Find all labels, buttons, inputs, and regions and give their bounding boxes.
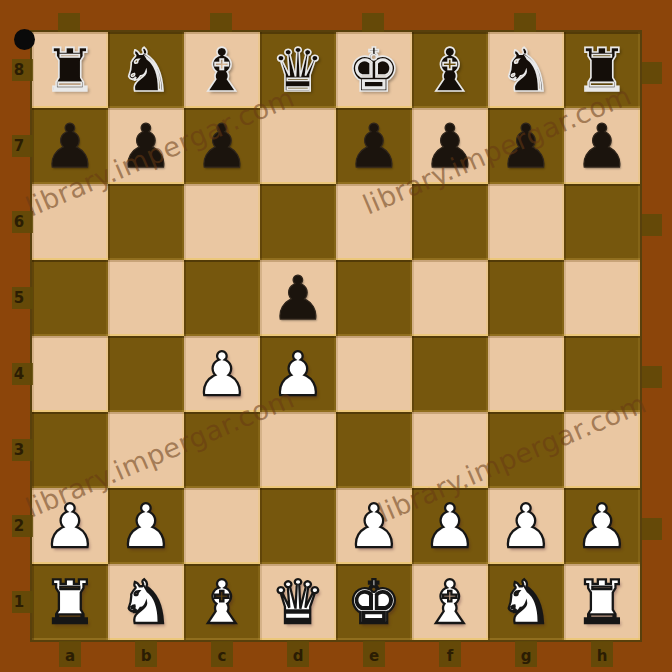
piece-black-pawn-c7: ♟ — [184, 108, 260, 184]
square-e4[interactable] — [336, 336, 412, 412]
square-d2[interactable] — [260, 488, 336, 564]
square-b7[interactable]: ♟ — [108, 108, 184, 184]
file-label-d: d — [260, 643, 336, 669]
file-label-b: b — [108, 643, 184, 669]
piece-white-rook-a1: ♜ — [32, 564, 108, 640]
border-chip — [58, 13, 80, 32]
square-b4[interactable] — [108, 336, 184, 412]
square-e2[interactable]: ♟ — [336, 488, 412, 564]
square-b3[interactable] — [108, 412, 184, 488]
square-h3[interactable] — [564, 412, 640, 488]
piece-white-pawn-d4: ♟ — [260, 336, 336, 412]
square-f3[interactable] — [412, 412, 488, 488]
square-b6[interactable] — [108, 184, 184, 260]
square-g2[interactable]: ♟ — [488, 488, 564, 564]
square-f7[interactable]: ♟ — [412, 108, 488, 184]
square-c8[interactable]: ♝ — [184, 32, 260, 108]
square-h2[interactable]: ♟ — [564, 488, 640, 564]
rank-label-5: 5 — [6, 260, 32, 336]
square-d6[interactable] — [260, 184, 336, 260]
square-h1[interactable]: ♜ — [564, 564, 640, 640]
square-a6[interactable] — [32, 184, 108, 260]
file-label-c: c — [184, 643, 260, 669]
square-f8[interactable]: ♝ — [412, 32, 488, 108]
square-e3[interactable] — [336, 412, 412, 488]
square-d7[interactable] — [260, 108, 336, 184]
square-f4[interactable] — [412, 336, 488, 412]
piece-white-pawn-a2: ♟ — [32, 488, 108, 564]
piece-white-bishop-c1: ♝ — [184, 564, 260, 640]
square-c7[interactable]: ♟ — [184, 108, 260, 184]
piece-white-knight-b1: ♞ — [108, 564, 184, 640]
piece-black-pawn-f7: ♟ — [412, 108, 488, 184]
square-b8[interactable]: ♞ — [108, 32, 184, 108]
chess-board-frame: ♜♞♝♛♚♝♞♜♟♟♟♟♟♟♟♟♟♟♟♟♟♟♟♟♜♞♝♛♚♝♞♜ 8765432… — [0, 0, 672, 672]
square-a1[interactable]: ♜ — [32, 564, 108, 640]
square-h8[interactable]: ♜ — [564, 32, 640, 108]
square-h5[interactable] — [564, 260, 640, 336]
border-chip — [362, 13, 384, 32]
rank-label-1: 1 — [6, 564, 32, 640]
rank-label-4: 4 — [6, 336, 32, 412]
square-g8[interactable]: ♞ — [488, 32, 564, 108]
piece-black-bishop-f8: ♝ — [412, 32, 488, 108]
square-e1[interactable]: ♚ — [336, 564, 412, 640]
border-chip — [210, 13, 232, 32]
square-c4[interactable]: ♟ — [184, 336, 260, 412]
square-d4[interactable]: ♟ — [260, 336, 336, 412]
square-d8[interactable]: ♛ — [260, 32, 336, 108]
piece-black-pawn-a7: ♟ — [32, 108, 108, 184]
square-d1[interactable]: ♛ — [260, 564, 336, 640]
rank-label-2: 2 — [6, 488, 32, 564]
piece-black-knight-b8: ♞ — [108, 32, 184, 108]
square-f2[interactable]: ♟ — [412, 488, 488, 564]
square-d5[interactable]: ♟ — [260, 260, 336, 336]
square-g4[interactable] — [488, 336, 564, 412]
square-c6[interactable] — [184, 184, 260, 260]
border-chip — [642, 214, 662, 236]
square-f5[interactable] — [412, 260, 488, 336]
square-c3[interactable] — [184, 412, 260, 488]
piece-white-rook-h1: ♜ — [564, 564, 640, 640]
border-chip — [514, 13, 536, 32]
square-e5[interactable] — [336, 260, 412, 336]
square-g5[interactable] — [488, 260, 564, 336]
piece-white-queen-d1: ♛ — [260, 564, 336, 640]
piece-white-pawn-g2: ♟ — [488, 488, 564, 564]
square-h4[interactable] — [564, 336, 640, 412]
square-a2[interactable]: ♟ — [32, 488, 108, 564]
square-f1[interactable]: ♝ — [412, 564, 488, 640]
file-label-g: g — [488, 643, 564, 669]
file-label-h: h — [564, 643, 640, 669]
square-b2[interactable]: ♟ — [108, 488, 184, 564]
square-b5[interactable] — [108, 260, 184, 336]
square-e7[interactable]: ♟ — [336, 108, 412, 184]
square-d3[interactable] — [260, 412, 336, 488]
rank-label-6: 6 — [6, 184, 32, 260]
black-to-move-indicator — [14, 29, 35, 50]
square-g3[interactable] — [488, 412, 564, 488]
piece-white-pawn-e2: ♟ — [336, 488, 412, 564]
piece-black-pawn-b7: ♟ — [108, 108, 184, 184]
piece-white-king-e1: ♚ — [336, 564, 412, 640]
file-label-a: a — [32, 643, 108, 669]
piece-black-pawn-d5: ♟ — [260, 260, 336, 336]
square-a7[interactable]: ♟ — [32, 108, 108, 184]
piece-white-pawn-c4: ♟ — [184, 336, 260, 412]
piece-white-knight-g1: ♞ — [488, 564, 564, 640]
square-c2[interactable] — [184, 488, 260, 564]
square-h6[interactable] — [564, 184, 640, 260]
square-f6[interactable] — [412, 184, 488, 260]
square-e6[interactable] — [336, 184, 412, 260]
piece-white-pawn-b2: ♟ — [108, 488, 184, 564]
piece-black-pawn-h7: ♟ — [564, 108, 640, 184]
file-label-e: e — [336, 643, 412, 669]
square-e8[interactable]: ♚ — [336, 32, 412, 108]
chess-board: ♜♞♝♛♚♝♞♜♟♟♟♟♟♟♟♟♟♟♟♟♟♟♟♟♜♞♝♛♚♝♞♜ — [32, 32, 640, 640]
square-b1[interactable]: ♞ — [108, 564, 184, 640]
piece-black-rook-h8: ♜ — [564, 32, 640, 108]
square-g1[interactable]: ♞ — [488, 564, 564, 640]
piece-black-knight-g8: ♞ — [488, 32, 564, 108]
square-g7[interactable]: ♟ — [488, 108, 564, 184]
piece-white-pawn-f2: ♟ — [412, 488, 488, 564]
square-g6[interactable] — [488, 184, 564, 260]
piece-black-bishop-c8: ♝ — [184, 32, 260, 108]
piece-black-pawn-e7: ♟ — [336, 108, 412, 184]
square-a4[interactable] — [32, 336, 108, 412]
piece-black-rook-a8: ♜ — [32, 32, 108, 108]
square-a5[interactable] — [32, 260, 108, 336]
square-a3[interactable] — [32, 412, 108, 488]
square-c1[interactable]: ♝ — [184, 564, 260, 640]
rank-label-7: 7 — [6, 108, 32, 184]
border-chip — [642, 62, 662, 84]
border-chip — [642, 366, 662, 388]
border-chip — [642, 518, 662, 540]
rank-label-3: 3 — [6, 412, 32, 488]
piece-black-queen-d8: ♛ — [260, 32, 336, 108]
piece-white-bishop-f1: ♝ — [412, 564, 488, 640]
piece-white-pawn-h2: ♟ — [564, 488, 640, 564]
piece-black-king-e8: ♚ — [336, 32, 412, 108]
file-label-f: f — [412, 643, 488, 669]
square-h7[interactable]: ♟ — [564, 108, 640, 184]
piece-black-pawn-g7: ♟ — [488, 108, 564, 184]
square-c5[interactable] — [184, 260, 260, 336]
square-a8[interactable]: ♜ — [32, 32, 108, 108]
